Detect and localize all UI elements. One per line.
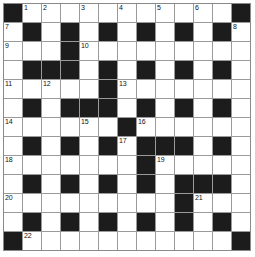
block-cell-r5c4: [80, 99, 98, 117]
block-cell-r7c1: [23, 137, 41, 155]
cell-r0c9[interactable]: [175, 4, 193, 22]
cell-r3c8[interactable]: [156, 61, 174, 79]
cell-r1c4[interactable]: [80, 23, 98, 41]
cell-r6c12[interactable]: [232, 118, 250, 136]
cell-r10c5[interactable]: [99, 194, 117, 212]
cell-r8c8[interactable]: 19: [156, 156, 174, 174]
cell-r4c6[interactable]: 13: [118, 80, 136, 98]
cell-r4c12[interactable]: [232, 80, 250, 98]
cell-r10c12[interactable]: [232, 194, 250, 212]
cell-r7c0[interactable]: [4, 137, 22, 155]
cell-r8c12[interactable]: [232, 156, 250, 174]
cell-r12c2[interactable]: [42, 232, 60, 250]
clue-number-7: 7: [5, 23, 9, 31]
block-cell-r9c11: [213, 175, 231, 193]
cell-r10c8[interactable]: [156, 194, 174, 212]
cell-r12c5[interactable]: [99, 232, 117, 250]
cell-r3c0[interactable]: [4, 61, 22, 79]
cell-r11c2[interactable]: [42, 213, 60, 231]
cell-r4c1[interactable]: [23, 80, 41, 98]
block-cell-r11c3: [61, 213, 79, 231]
cell-r11c6[interactable]: [118, 213, 136, 231]
cell-r2c5[interactable]: [99, 42, 117, 60]
cell-r1c0[interactable]: 7: [4, 23, 22, 41]
cell-r5c10[interactable]: [194, 99, 212, 117]
block-cell-r11c9: [175, 213, 193, 231]
cell-r12c8[interactable]: [156, 232, 174, 250]
block-cell-r7c7: [137, 137, 155, 155]
cell-r9c4[interactable]: [80, 175, 98, 193]
block-cell-r3c9: [175, 61, 193, 79]
cell-r2c0[interactable]: 9: [4, 42, 22, 60]
block-cell-r11c1: [23, 213, 41, 231]
block-cell-r1c5: [99, 23, 117, 41]
cell-r2c8[interactable]: [156, 42, 174, 60]
block-cell-r7c11: [213, 137, 231, 155]
block-cell-r11c11: [213, 213, 231, 231]
cell-r6c10[interactable]: [194, 118, 212, 136]
cell-r4c7[interactable]: [137, 80, 155, 98]
cell-r10c11[interactable]: [213, 194, 231, 212]
cell-r4c0[interactable]: 11: [4, 80, 22, 98]
cell-r5c12[interactable]: [232, 99, 250, 117]
cell-r8c10[interactable]: [194, 156, 212, 174]
cell-r2c9[interactable]: [175, 42, 193, 60]
cell-r11c12[interactable]: [232, 213, 250, 231]
cell-r7c2[interactable]: [42, 137, 60, 155]
clue-number-3: 3: [81, 4, 85, 12]
clue-number-9: 9: [5, 42, 9, 50]
cell-r6c4[interactable]: 15: [80, 118, 98, 136]
cell-r4c11[interactable]: [213, 80, 231, 98]
cell-r0c8[interactable]: 5: [156, 4, 174, 22]
block-cell-r4c5: [99, 80, 117, 98]
clue-number-1: 1: [24, 4, 28, 12]
block-cell-r11c7: [137, 213, 155, 231]
clue-number-21: 21: [195, 194, 202, 202]
cell-r11c4[interactable]: [80, 213, 98, 231]
cell-r9c6[interactable]: [118, 175, 136, 193]
cell-r7c10[interactable]: [194, 137, 212, 155]
block-cell-r5c3: [61, 99, 79, 117]
cell-r12c11[interactable]: [213, 232, 231, 250]
cell-r3c6[interactable]: [118, 61, 136, 79]
block-cell-r3c11: [213, 61, 231, 79]
cell-r0c1[interactable]: 1: [23, 4, 41, 22]
cell-r2c6[interactable]: [118, 42, 136, 60]
cell-r12c1[interactable]: 22: [23, 232, 41, 250]
cell-r0c6[interactable]: 4: [118, 4, 136, 22]
block-cell-r1c3: [61, 23, 79, 41]
clue-number-12: 12: [43, 80, 50, 88]
cell-r8c0[interactable]: 18: [4, 156, 22, 174]
block-cell-r2c3: [61, 42, 79, 60]
block-cell-r9c3: [61, 175, 79, 193]
cell-r0c3[interactable]: [61, 4, 79, 22]
cell-r4c3[interactable]: [61, 80, 79, 98]
cell-r6c5[interactable]: [99, 118, 117, 136]
cell-r10c0[interactable]: 20: [4, 194, 22, 212]
cell-r6c2[interactable]: [42, 118, 60, 136]
clue-number-15: 15: [81, 118, 88, 126]
cell-r1c10[interactable]: [194, 23, 212, 41]
cell-r6c1[interactable]: [23, 118, 41, 136]
clue-number-17: 17: [119, 137, 126, 145]
cell-r9c8[interactable]: [156, 175, 174, 193]
clue-number-11: 11: [5, 80, 12, 88]
cell-r0c4[interactable]: 3: [80, 4, 98, 22]
cell-r2c10[interactable]: [194, 42, 212, 60]
cell-r9c2[interactable]: [42, 175, 60, 193]
cell-r6c11[interactable]: [213, 118, 231, 136]
clue-number-4: 4: [119, 4, 123, 12]
cell-r7c6[interactable]: 17: [118, 137, 136, 155]
clue-number-6: 6: [195, 4, 199, 12]
clue-number-22: 22: [24, 232, 31, 240]
cell-r4c10[interactable]: [194, 80, 212, 98]
block-cell-r1c9: [175, 23, 193, 41]
cell-r12c7[interactable]: [137, 232, 155, 250]
block-cell-r8c7: [137, 156, 155, 174]
block-cell-r3c2: [42, 61, 60, 79]
block-cell-r3c5: [99, 61, 117, 79]
clue-number-18: 18: [5, 156, 12, 164]
cell-r8c2[interactable]: [42, 156, 60, 174]
cell-r2c1[interactable]: [23, 42, 41, 60]
cell-r5c0[interactable]: [4, 99, 22, 117]
block-cell-r5c7: [137, 99, 155, 117]
block-cell-r9c9: [175, 175, 193, 193]
block-cell-r5c1: [23, 99, 41, 117]
cell-r8c6[interactable]: [118, 156, 136, 174]
cell-r5c2[interactable]: [42, 99, 60, 117]
block-cell-r7c3: [61, 137, 79, 155]
block-cell-r12c0: [4, 232, 22, 250]
clue-number-14: 14: [5, 118, 12, 126]
cell-r12c9[interactable]: [175, 232, 193, 250]
block-cell-r9c7: [137, 175, 155, 193]
cell-r10c3[interactable]: [61, 194, 79, 212]
cell-r0c5[interactable]: [99, 4, 117, 22]
clue-number-10: 10: [81, 42, 88, 50]
clue-number-20: 20: [5, 194, 12, 202]
cell-r10c10[interactable]: 21: [194, 194, 212, 212]
cell-r4c2[interactable]: 12: [42, 80, 60, 98]
crossword-grid: 12345678910111213141516171819202122: [3, 3, 251, 251]
block-cell-r1c11: [213, 23, 231, 41]
block-cell-r5c11: [213, 99, 231, 117]
clue-number-13: 13: [119, 80, 126, 88]
block-cell-r7c8: [156, 137, 174, 155]
block-cell-r9c1: [23, 175, 41, 193]
cell-r2c4[interactable]: 10: [80, 42, 98, 60]
cell-r8c4[interactable]: [80, 156, 98, 174]
cell-r7c12[interactable]: [232, 137, 250, 155]
cell-r4c4[interactable]: [80, 80, 98, 98]
cell-r12c3[interactable]: [61, 232, 79, 250]
cell-r0c10[interactable]: 6: [194, 4, 212, 22]
cell-r1c12[interactable]: 8: [232, 23, 250, 41]
block-cell-r9c5: [99, 175, 117, 193]
clue-number-2: 2: [43, 4, 47, 12]
cell-r7c4[interactable]: [80, 137, 98, 155]
cell-r1c8[interactable]: [156, 23, 174, 41]
block-cell-r7c5: [99, 137, 117, 155]
cell-r4c9[interactable]: [175, 80, 193, 98]
cell-r11c8[interactable]: [156, 213, 174, 231]
block-cell-r6c6: [118, 118, 136, 136]
cell-r8c1[interactable]: [23, 156, 41, 174]
block-cell-r7c9: [175, 137, 193, 155]
cell-r6c9[interactable]: [175, 118, 193, 136]
cell-r3c10[interactable]: [194, 61, 212, 79]
block-cell-r1c7: [137, 23, 155, 41]
cell-r6c3[interactable]: [61, 118, 79, 136]
clue-number-8: 8: [233, 23, 237, 31]
cell-r3c4[interactable]: [80, 61, 98, 79]
cell-r0c2[interactable]: 2: [42, 4, 60, 22]
cell-r10c2[interactable]: [42, 194, 60, 212]
cell-r6c8[interactable]: [156, 118, 174, 136]
cell-r10c7[interactable]: [137, 194, 155, 212]
cell-r8c3[interactable]: [61, 156, 79, 174]
block-cell-r9c10: [194, 175, 212, 193]
cell-r1c2[interactable]: [42, 23, 60, 41]
block-cell-r0c12: [232, 4, 250, 22]
cell-r5c6[interactable]: [118, 99, 136, 117]
cell-r12c10[interactable]: [194, 232, 212, 250]
block-cell-r3c3: [61, 61, 79, 79]
block-cell-r3c7: [137, 61, 155, 79]
cell-r10c6[interactable]: [118, 194, 136, 212]
cell-r10c4[interactable]: [80, 194, 98, 212]
cell-r1c6[interactable]: [118, 23, 136, 41]
block-cell-r5c9: [175, 99, 193, 117]
cell-r8c9[interactable]: [175, 156, 193, 174]
cell-r9c12[interactable]: [232, 175, 250, 193]
block-cell-r5c5: [99, 99, 117, 117]
clue-number-19: 19: [157, 156, 164, 164]
crossword-page: 12345678910111213141516171819202122: [0, 0, 255, 257]
block-cell-r3c1: [23, 61, 41, 79]
block-cell-r1c1: [23, 23, 41, 41]
cell-r4c8[interactable]: [156, 80, 174, 98]
block-cell-r12c12: [232, 232, 250, 250]
cell-r9c0[interactable]: [4, 175, 22, 193]
cell-r2c11[interactable]: [213, 42, 231, 60]
clue-number-5: 5: [157, 4, 161, 12]
block-cell-r11c5: [99, 213, 117, 231]
cell-r10c1[interactable]: [23, 194, 41, 212]
cell-r11c0[interactable]: [4, 213, 22, 231]
cell-r11c10[interactable]: [194, 213, 212, 231]
cell-r8c11[interactable]: [213, 156, 231, 174]
cell-r2c12[interactable]: [232, 42, 250, 60]
cell-r0c7[interactable]: [137, 4, 155, 22]
cell-r0c11[interactable]: [213, 4, 231, 22]
cell-r5c8[interactable]: [156, 99, 174, 117]
cell-r2c2[interactable]: [42, 42, 60, 60]
block-cell-r0c0: [4, 4, 22, 22]
cell-r2c7[interactable]: [137, 42, 155, 60]
cell-r3c12[interactable]: [232, 61, 250, 79]
cell-r12c4[interactable]: [80, 232, 98, 250]
cell-r6c7[interactable]: 16: [137, 118, 155, 136]
block-cell-r10c9: [175, 194, 193, 212]
cell-r12c6[interactable]: [118, 232, 136, 250]
cell-r6c0[interactable]: 14: [4, 118, 22, 136]
clue-number-16: 16: [138, 118, 145, 126]
cell-r8c5[interactable]: [99, 156, 117, 174]
